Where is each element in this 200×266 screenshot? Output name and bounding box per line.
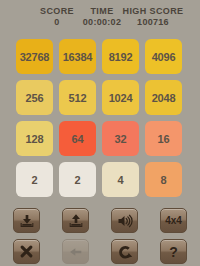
hud: SCORE 0 TIME 00:00:02 HIGH SCORE 100716: [0, 0, 200, 34]
load-arrow-up-tray-icon: [68, 213, 84, 229]
close-button[interactable]: [13, 239, 40, 264]
tile-32768: 32768: [16, 39, 53, 74]
tile-2: 2: [16, 162, 53, 197]
tile-16: 16: [145, 121, 182, 156]
controls-row-2: ?: [13, 239, 187, 264]
restart-button[interactable]: [111, 239, 138, 264]
sound-button[interactable]: [111, 208, 138, 233]
tile-2: 2: [59, 162, 96, 197]
tile-128: 128: [16, 121, 53, 156]
save-button[interactable]: [13, 208, 40, 233]
restart-circular-arrow-icon: [117, 244, 133, 260]
tile-16384: 16384: [59, 39, 96, 74]
tile-32: 32: [102, 121, 139, 156]
tile-512: 512: [59, 80, 96, 115]
tile-256: 256: [16, 80, 53, 115]
tile-64: 64: [59, 121, 96, 156]
high-score-label: HIGH SCORE: [116, 5, 190, 17]
close-x-icon: [19, 244, 34, 259]
tile-2048: 2048: [145, 80, 182, 115]
controls: 4x4 ?: [13, 208, 187, 266]
grid-size-button[interactable]: 4x4: [160, 208, 187, 233]
help-button[interactable]: ?: [160, 239, 187, 264]
tile-4: 4: [102, 162, 139, 197]
help-question-label: ?: [169, 245, 178, 259]
undo-button[interactable]: [62, 239, 89, 264]
load-button[interactable]: [62, 208, 89, 233]
high-score-value: 100716: [116, 17, 190, 28]
high-score-panel: HIGH SCORE 100716: [116, 5, 190, 28]
controls-row-1: 4x4: [13, 208, 187, 233]
tile-1024: 1024: [102, 80, 139, 115]
board[interactable]: 3276816384819240962565121024204812864321…: [16, 39, 182, 197]
undo-arrow-left-icon: [68, 244, 84, 260]
tile-4096: 4096: [145, 39, 182, 74]
speaker-on-icon: [116, 213, 133, 229]
tile-8: 8: [145, 162, 182, 197]
grid-size-label: 4x4: [165, 216, 182, 226]
save-arrow-down-tray-icon: [19, 213, 35, 229]
tile-8192: 8192: [102, 39, 139, 74]
